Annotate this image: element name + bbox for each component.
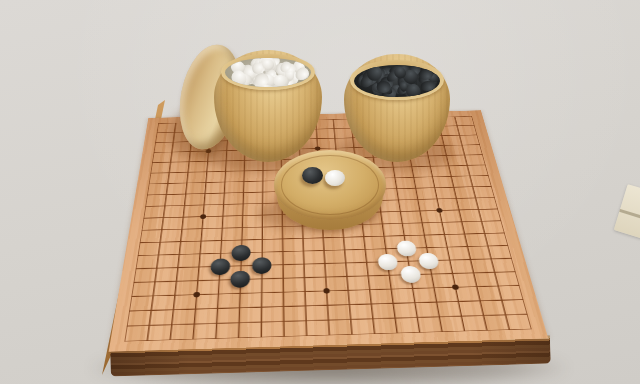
hoshi-point (436, 208, 443, 213)
stone-dish-lid (274, 150, 386, 232)
black-stones-heap (354, 65, 440, 97)
white-stone-bowl (214, 50, 322, 162)
scene (0, 0, 640, 384)
hoshi-point (200, 214, 206, 219)
hoshi-point (323, 288, 330, 294)
white-stones-heap (225, 58, 311, 87)
dish-stone-white (325, 170, 345, 186)
hoshi-point (452, 284, 459, 290)
black-stone-bowl (344, 54, 450, 162)
background-object-line (619, 209, 640, 222)
dish-stone-black (302, 167, 323, 184)
hoshi-point (193, 292, 200, 298)
